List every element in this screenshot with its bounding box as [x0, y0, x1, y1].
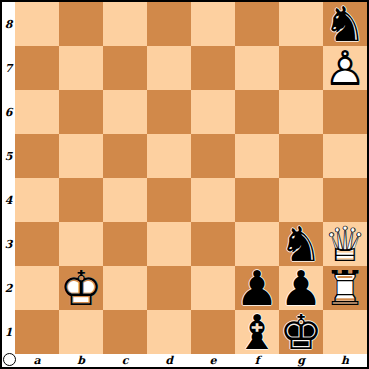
square-h4[interactable]: [323, 178, 367, 222]
rank-label-7: 7: [2, 46, 15, 90]
chess-board: 8♞7♟♙6543♞♛♕2♚♔♟♟♜♖1♝♚abcdefgh: [2, 2, 367, 367]
square-b8[interactable]: [59, 2, 103, 46]
square-e4[interactable]: [191, 178, 235, 222]
square-d7[interactable]: [147, 46, 191, 90]
square-a2[interactable]: [15, 266, 59, 310]
chess-diagram: 8♞7♟♙6543♞♛♕2♚♔♟♟♜♖1♝♚abcdefgh: [0, 0, 369, 369]
file-label-h: h: [323, 354, 367, 367]
square-c2[interactable]: [103, 266, 147, 310]
square-f4[interactable]: [235, 178, 279, 222]
square-d2[interactable]: [147, 266, 191, 310]
square-a8[interactable]: [15, 2, 59, 46]
square-b4[interactable]: [59, 178, 103, 222]
square-h5[interactable]: [323, 134, 367, 178]
square-b7[interactable]: [59, 46, 103, 90]
square-f2[interactable]: ♟: [235, 266, 279, 310]
file-label-e: e: [191, 354, 235, 367]
file-label-c: c: [103, 354, 147, 367]
square-c8[interactable]: [103, 2, 147, 46]
square-f5[interactable]: [235, 134, 279, 178]
square-h1[interactable]: [323, 310, 367, 354]
square-g3[interactable]: ♞: [279, 222, 323, 266]
file-label-b: b: [59, 354, 103, 367]
file-label-g: g: [279, 354, 323, 367]
piece-black-knight[interactable]: ♞: [279, 222, 323, 266]
square-d3[interactable]: [147, 222, 191, 266]
square-b6[interactable]: [59, 90, 103, 134]
square-g6[interactable]: [279, 90, 323, 134]
square-d6[interactable]: [147, 90, 191, 134]
piece-black-knight[interactable]: ♞: [323, 2, 367, 46]
white-king-outline-glyph: ♔: [59, 266, 103, 310]
square-g1[interactable]: ♚: [279, 310, 323, 354]
rank-label-8: 8: [2, 2, 15, 46]
piece-black-pawn[interactable]: ♟: [235, 266, 279, 310]
rank-label-2: 2: [2, 266, 15, 310]
rank-label-1: 1: [2, 310, 15, 354]
square-a1[interactable]: [15, 310, 59, 354]
square-c5[interactable]: [103, 134, 147, 178]
square-e7[interactable]: [191, 46, 235, 90]
square-b2[interactable]: ♚♔: [59, 266, 103, 310]
rank-label-4: 4: [2, 178, 15, 222]
square-c4[interactable]: [103, 178, 147, 222]
square-e6[interactable]: [191, 90, 235, 134]
square-b5[interactable]: [59, 134, 103, 178]
square-f8[interactable]: [235, 2, 279, 46]
square-g7[interactable]: [279, 46, 323, 90]
white-rook-fill-glyph: ♜: [323, 266, 367, 310]
piece-black-pawn[interactable]: ♟: [279, 266, 323, 310]
square-e3[interactable]: [191, 222, 235, 266]
piece-white-queen[interactable]: ♛♕: [323, 222, 367, 266]
white-rook-outline-glyph: ♖: [323, 266, 367, 310]
square-f3[interactable]: [235, 222, 279, 266]
square-g2[interactable]: ♟: [279, 266, 323, 310]
square-b3[interactable]: [59, 222, 103, 266]
black-pawn-glyph: ♟: [235, 266, 279, 310]
black-knight-glyph: ♞: [279, 222, 323, 266]
black-pawn-glyph: ♟: [279, 266, 323, 310]
rank-label-5: 5: [2, 134, 15, 178]
square-c7[interactable]: [103, 46, 147, 90]
file-label-d: d: [147, 354, 191, 367]
white-queen-fill-glyph: ♛: [323, 222, 367, 266]
square-h8[interactable]: ♞: [323, 2, 367, 46]
piece-white-pawn[interactable]: ♟♙: [323, 46, 367, 90]
white-pawn-fill-glyph: ♟: [323, 46, 367, 90]
white-king-fill-glyph: ♚: [59, 266, 103, 310]
square-f7[interactable]: [235, 46, 279, 90]
piece-white-king[interactable]: ♚♔: [59, 266, 103, 310]
piece-black-bishop[interactable]: ♝: [235, 310, 279, 354]
square-a3[interactable]: [15, 222, 59, 266]
square-h6[interactable]: [323, 90, 367, 134]
rank-label-3: 3: [2, 222, 15, 266]
square-a4[interactable]: [15, 178, 59, 222]
square-g8[interactable]: [279, 2, 323, 46]
square-d4[interactable]: [147, 178, 191, 222]
square-c3[interactable]: [103, 222, 147, 266]
square-g5[interactable]: [279, 134, 323, 178]
piece-black-king[interactable]: ♚: [279, 310, 323, 354]
black-bishop-glyph: ♝: [235, 310, 279, 354]
white-queen-outline-glyph: ♕: [323, 222, 367, 266]
square-f6[interactable]: [235, 90, 279, 134]
square-f1[interactable]: ♝: [235, 310, 279, 354]
piece-white-rook[interactable]: ♜♖: [323, 266, 367, 310]
square-h2[interactable]: ♜♖: [323, 266, 367, 310]
square-d1[interactable]: [147, 310, 191, 354]
square-c1[interactable]: [103, 310, 147, 354]
square-c6[interactable]: [103, 90, 147, 134]
square-a5[interactable]: [15, 134, 59, 178]
square-a6[interactable]: [15, 90, 59, 134]
square-g4[interactable]: [279, 178, 323, 222]
square-e5[interactable]: [191, 134, 235, 178]
square-e2[interactable]: [191, 266, 235, 310]
square-d5[interactable]: [147, 134, 191, 178]
file-label-f: f: [235, 354, 279, 367]
square-e1[interactable]: [191, 310, 235, 354]
square-e8[interactable]: [191, 2, 235, 46]
square-h7[interactable]: ♟♙: [323, 46, 367, 90]
black-king-glyph: ♚: [279, 310, 323, 354]
rank-label-6: 6: [2, 90, 15, 134]
square-h3[interactable]: ♛♕: [323, 222, 367, 266]
square-b1[interactable]: [59, 310, 103, 354]
file-label-a: a: [15, 354, 59, 367]
square-a7[interactable]: [15, 46, 59, 90]
square-d8[interactable]: [147, 2, 191, 46]
black-knight-glyph: ♞: [323, 2, 367, 46]
white-pawn-outline-glyph: ♙: [323, 46, 367, 90]
white-to-move-indicator: [3, 353, 16, 366]
